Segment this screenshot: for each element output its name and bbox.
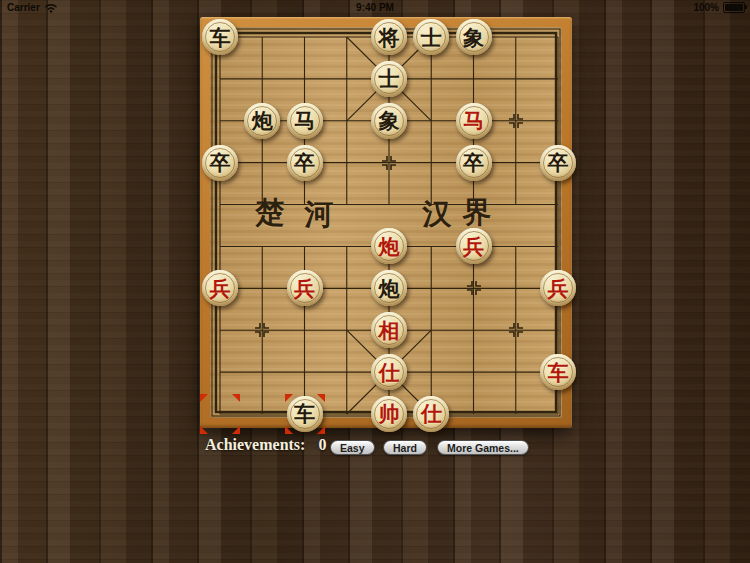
piece-black-soldier[interactable]: 卒 bbox=[540, 145, 576, 181]
achievements-label: Achievements: bbox=[205, 436, 305, 453]
piece-glyph: 相 bbox=[379, 320, 400, 341]
piece-black-cannon[interactable]: 炮 bbox=[371, 270, 407, 306]
easy-button[interactable]: Easy bbox=[330, 440, 375, 455]
piece-red-soldier[interactable]: 兵 bbox=[540, 270, 576, 306]
piece-black-chariot[interactable]: 车 bbox=[202, 19, 238, 55]
piece-black-advisor[interactable]: 士 bbox=[371, 61, 407, 97]
battery-percent-label: 100% bbox=[693, 2, 719, 13]
piece-red-chariot[interactable]: 车 bbox=[540, 354, 576, 390]
piece-glyph: 士 bbox=[379, 68, 400, 89]
status-bar: Carrier 9:40 PM 100% bbox=[0, 0, 750, 16]
piece-glyph: 仕 bbox=[421, 403, 442, 424]
piece-glyph: 卒 bbox=[294, 152, 315, 173]
piece-glyph: 炮 bbox=[252, 110, 273, 131]
piece-glyph: 车 bbox=[294, 403, 315, 424]
piece-glyph: 仕 bbox=[379, 362, 400, 383]
piece-glyph: 象 bbox=[379, 110, 400, 131]
achievements-count: 0 bbox=[318, 436, 326, 453]
piece-glyph: 车 bbox=[548, 362, 569, 383]
piece-glyph: 帅 bbox=[379, 403, 400, 424]
piece-black-soldier[interactable]: 卒 bbox=[202, 145, 238, 181]
piece-red-cannon[interactable]: 炮 bbox=[371, 228, 407, 264]
piece-red-soldier[interactable]: 兵 bbox=[202, 270, 238, 306]
xiangqi-board[interactable]: 楚 河 汉 界 车将士象士炮马象马卒卒卒卒炮兵兵兵炮兵相仕车车帅仕 bbox=[200, 17, 572, 428]
piece-glyph: 卒 bbox=[463, 152, 484, 173]
piece-red-horse[interactable]: 马 bbox=[456, 103, 492, 139]
hard-button[interactable]: Hard bbox=[383, 440, 427, 455]
piece-glyph: 象 bbox=[463, 27, 484, 48]
more-games-button[interactable]: More Games... bbox=[437, 440, 529, 455]
piece-red-advisor[interactable]: 仕 bbox=[413, 396, 449, 432]
piece-glyph: 士 bbox=[421, 27, 442, 48]
battery-icon bbox=[723, 2, 745, 13]
clock: 9:40 PM bbox=[0, 2, 750, 13]
piece-red-soldier[interactable]: 兵 bbox=[287, 270, 323, 306]
piece-glyph: 炮 bbox=[379, 278, 400, 299]
piece-red-advisor[interactable]: 仕 bbox=[371, 354, 407, 390]
piece-glyph: 兵 bbox=[294, 278, 315, 299]
piece-glyph: 炮 bbox=[379, 236, 400, 257]
piece-glyph: 兵 bbox=[463, 236, 484, 257]
piece-glyph: 卒 bbox=[210, 152, 231, 173]
piece-black-chariot[interactable]: 车 bbox=[287, 396, 323, 432]
piece-black-soldier[interactable]: 卒 bbox=[456, 145, 492, 181]
achievements: Achievements:0 bbox=[205, 436, 326, 454]
piece-red-general[interactable]: 帅 bbox=[371, 396, 407, 432]
piece-black-cannon[interactable]: 炮 bbox=[244, 103, 280, 139]
piece-black-elephant[interactable]: 象 bbox=[456, 19, 492, 55]
piece-glyph: 将 bbox=[379, 27, 400, 48]
piece-black-general[interactable]: 将 bbox=[371, 19, 407, 55]
piece-black-elephant[interactable]: 象 bbox=[371, 103, 407, 139]
piece-black-advisor[interactable]: 士 bbox=[413, 19, 449, 55]
piece-glyph: 马 bbox=[463, 110, 484, 131]
piece-glyph: 车 bbox=[210, 27, 231, 48]
screen: { "game": "xiangqi", "position": { "fen"… bbox=[0, 0, 750, 563]
piece-glyph: 卒 bbox=[548, 152, 569, 173]
piece-black-soldier[interactable]: 卒 bbox=[287, 145, 323, 181]
piece-glyph: 兵 bbox=[210, 278, 231, 299]
piece-black-horse[interactable]: 马 bbox=[287, 103, 323, 139]
piece-glyph: 马 bbox=[294, 110, 315, 131]
piece-red-soldier[interactable]: 兵 bbox=[456, 228, 492, 264]
piece-red-elephant[interactable]: 相 bbox=[371, 312, 407, 348]
piece-glyph: 兵 bbox=[548, 278, 569, 299]
